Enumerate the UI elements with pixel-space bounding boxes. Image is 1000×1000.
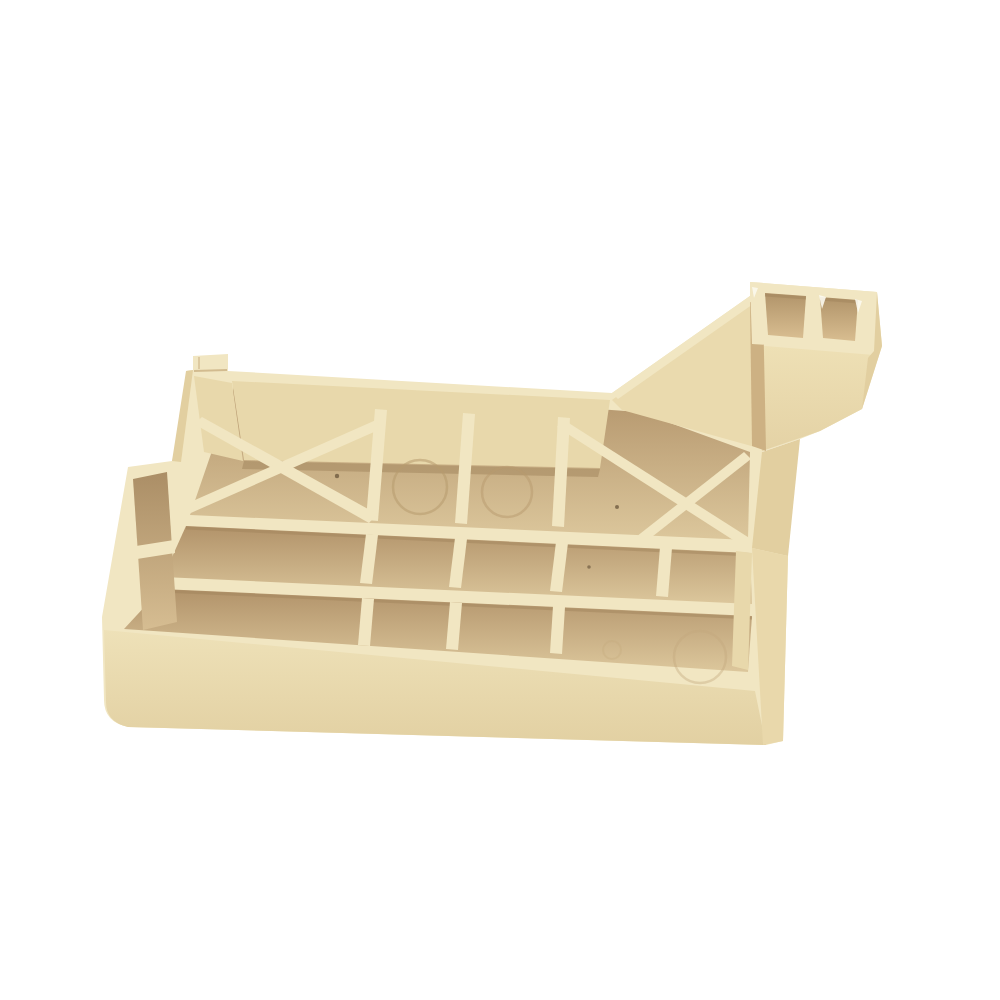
dirt-speck [335,474,339,478]
dirt-speck [587,565,591,569]
tab-seam-line [194,370,227,371]
arm-pocket-left [765,293,806,338]
dirt-speck [615,505,619,509]
plastic-bracket-photo [0,0,1000,1000]
product-photo [0,0,1000,1000]
arm-pocket-right [820,297,858,341]
